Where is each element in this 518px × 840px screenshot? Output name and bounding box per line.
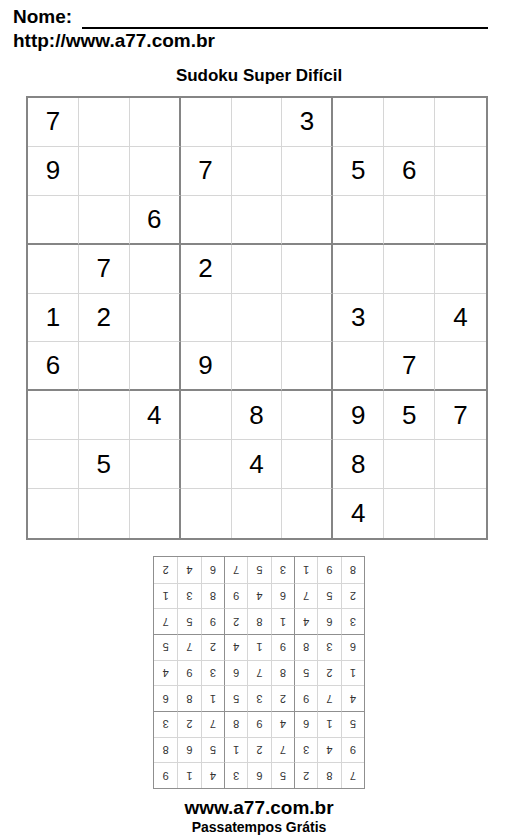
cell-r9c5[interactable] bbox=[232, 489, 283, 538]
cell-r5c3[interactable] bbox=[130, 294, 181, 343]
cell-r8c7[interactable]: 8 bbox=[333, 440, 384, 489]
cell-r6c2[interactable] bbox=[79, 342, 130, 391]
solution-cell-r7c9: 7 bbox=[154, 608, 177, 634]
solution-cell-r3c9: 3 bbox=[154, 711, 177, 737]
solution-cell-r5c8: 9 bbox=[177, 660, 200, 686]
solution-cell-r3c7: 7 bbox=[201, 711, 224, 737]
solution-cell-r6c3: 8 bbox=[294, 634, 317, 660]
solution-area: 7825634199437215685164987234792351861258… bbox=[0, 556, 518, 789]
page-title: Sudoku Super Difícil bbox=[0, 66, 518, 86]
solution-cell-r7c1: 3 bbox=[341, 608, 364, 634]
solution-cell-r1c3: 2 bbox=[294, 762, 317, 788]
solution-cell-r3c2: 1 bbox=[317, 711, 340, 737]
solution-cell-r2c6: 1 bbox=[224, 737, 247, 763]
cell-r6c1[interactable]: 6 bbox=[28, 342, 79, 391]
cell-r9c6[interactable] bbox=[282, 489, 333, 538]
solution-cell-r8c5: 4 bbox=[247, 583, 270, 609]
solution-cell-r8c6: 9 bbox=[224, 583, 247, 609]
solution-cell-r1c6: 3 bbox=[224, 762, 247, 788]
footer-site: www.a77.com.br bbox=[0, 796, 518, 819]
solution-cell-r9c3: 1 bbox=[294, 557, 317, 583]
cell-r3c9[interactable] bbox=[435, 196, 486, 245]
cell-r5c9[interactable]: 4 bbox=[435, 294, 486, 343]
cell-r9c7[interactable]: 4 bbox=[333, 489, 384, 538]
cell-r2c8[interactable]: 6 bbox=[384, 147, 435, 196]
cell-r7c1[interactable] bbox=[28, 391, 79, 440]
solution-cell-r1c2: 8 bbox=[317, 762, 340, 788]
solution-cell-r3c1: 5 bbox=[341, 711, 364, 737]
solution-cell-r6c5: 1 bbox=[247, 634, 270, 660]
solution-cell-r4c8: 8 bbox=[177, 685, 200, 711]
solution-cell-r7c4: 1 bbox=[271, 608, 294, 634]
solution-cell-r2c5: 2 bbox=[247, 737, 270, 763]
cell-r8c1[interactable] bbox=[28, 440, 79, 489]
solution-cell-r2c9: 8 bbox=[154, 737, 177, 763]
cell-r5c7[interactable]: 3 bbox=[333, 294, 384, 343]
solution-cell-r6c9: 5 bbox=[154, 634, 177, 660]
solution-cell-r6c7: 2 bbox=[201, 634, 224, 660]
solution-cell-r4c9: 6 bbox=[154, 685, 177, 711]
solution-cell-r3c4: 4 bbox=[271, 711, 294, 737]
name-row: Nome: bbox=[13, 5, 488, 29]
solution-cell-r8c3: 7 bbox=[294, 583, 317, 609]
cell-r2c4[interactable]: 7 bbox=[181, 147, 232, 196]
cell-r2c1[interactable]: 9 bbox=[28, 147, 79, 196]
solution-cell-r6c6: 4 bbox=[224, 634, 247, 660]
name-input-line[interactable] bbox=[82, 9, 488, 29]
cell-r3c1[interactable] bbox=[28, 196, 79, 245]
cell-r3c2[interactable] bbox=[79, 196, 130, 245]
solution-cell-r1c1: 7 bbox=[341, 762, 364, 788]
cell-r9c9[interactable] bbox=[435, 489, 486, 538]
cell-r4c9[interactable] bbox=[435, 245, 486, 294]
cell-r5c2[interactable]: 2 bbox=[79, 294, 130, 343]
cell-r7c8[interactable]: 5 bbox=[384, 391, 435, 440]
solution-cell-r9c4: 3 bbox=[271, 557, 294, 583]
cell-r8c3[interactable] bbox=[130, 440, 181, 489]
name-label: Nome: bbox=[13, 5, 72, 29]
cell-r5c4[interactable] bbox=[181, 294, 232, 343]
solution-cell-r1c9: 9 bbox=[154, 762, 177, 788]
solution-cell-r7c3: 4 bbox=[294, 608, 317, 634]
cell-r8c2[interactable]: 5 bbox=[79, 440, 130, 489]
cell-r3c3[interactable]: 6 bbox=[130, 196, 181, 245]
cell-r7c2[interactable] bbox=[79, 391, 130, 440]
footer-tagline: Passatempos Grátis bbox=[0, 819, 518, 836]
cell-r6c5[interactable] bbox=[232, 342, 283, 391]
solution-cell-r9c6: 7 bbox=[224, 557, 247, 583]
header: Nome: http://www.a77.com.br bbox=[13, 5, 488, 53]
site-url: http://www.a77.com.br bbox=[13, 29, 488, 53]
cell-r4c2[interactable]: 7 bbox=[79, 245, 130, 294]
cell-r7c7[interactable]: 9 bbox=[333, 391, 384, 440]
solution-cell-r5c6: 6 bbox=[224, 660, 247, 686]
page: Nome: http://www.a77.com.br Sudoku Super… bbox=[0, 0, 518, 840]
solution-cell-r2c2: 4 bbox=[317, 737, 340, 763]
solution-cell-r3c8: 2 bbox=[177, 711, 200, 737]
cell-r1c7[interactable] bbox=[333, 98, 384, 147]
cell-r9c8[interactable] bbox=[384, 489, 435, 538]
solution-cell-r6c4: 9 bbox=[271, 634, 294, 660]
cell-r2c7[interactable]: 5 bbox=[333, 147, 384, 196]
solution-cell-r5c3: 5 bbox=[294, 660, 317, 686]
solution-cell-r3c3: 6 bbox=[294, 711, 317, 737]
solution-cell-r2c8: 6 bbox=[177, 737, 200, 763]
cell-r4c8[interactable] bbox=[384, 245, 435, 294]
solution-cell-r5c5: 7 bbox=[247, 660, 270, 686]
solution-cell-r1c5: 6 bbox=[247, 762, 270, 788]
solution-cell-r5c4: 8 bbox=[271, 660, 294, 686]
cell-r9c1[interactable] bbox=[28, 489, 79, 538]
cell-r5c8[interactable] bbox=[384, 294, 435, 343]
cell-r7c5[interactable]: 8 bbox=[232, 391, 283, 440]
cell-r6c3[interactable] bbox=[130, 342, 181, 391]
cell-r2c2[interactable] bbox=[79, 147, 130, 196]
cell-r4c4[interactable]: 2 bbox=[181, 245, 232, 294]
solution-grid: 7825634199437215685164987234792351861258… bbox=[153, 556, 365, 789]
cell-r1c3[interactable] bbox=[130, 98, 181, 147]
cell-r5c1[interactable]: 1 bbox=[28, 294, 79, 343]
solution-cell-r5c9: 4 bbox=[154, 660, 177, 686]
cell-r4c7[interactable] bbox=[333, 245, 384, 294]
cell-r9c3[interactable] bbox=[130, 489, 181, 538]
cell-r1c4[interactable] bbox=[181, 98, 232, 147]
solution-cell-r8c1: 2 bbox=[341, 583, 364, 609]
cell-r2c3[interactable] bbox=[130, 147, 181, 196]
solution-cell-r4c2: 7 bbox=[317, 685, 340, 711]
solution-cell-r9c8: 4 bbox=[177, 557, 200, 583]
solution-cell-r2c3: 3 bbox=[294, 737, 317, 763]
solution-cell-r8c4: 6 bbox=[271, 583, 294, 609]
solution-cell-r7c8: 5 bbox=[177, 608, 200, 634]
solution-cell-r1c4: 5 bbox=[271, 762, 294, 788]
solution-cell-r9c1: 8 bbox=[341, 557, 364, 583]
cell-r5c6[interactable] bbox=[282, 294, 333, 343]
cell-r6c8[interactable]: 7 bbox=[384, 342, 435, 391]
cell-r5c5[interactable] bbox=[232, 294, 283, 343]
cell-r1c8[interactable] bbox=[384, 98, 435, 147]
solution-cell-r2c1: 9 bbox=[341, 737, 364, 763]
solution-cell-r5c1: 1 bbox=[341, 660, 364, 686]
solution-cell-r6c8: 7 bbox=[177, 634, 200, 660]
cell-r6c7[interactable] bbox=[333, 342, 384, 391]
solution-cell-r6c2: 3 bbox=[317, 634, 340, 660]
cell-r1c6[interactable]: 3 bbox=[282, 98, 333, 147]
solution-cell-r4c3: 9 bbox=[294, 685, 317, 711]
cell-r7c6[interactable] bbox=[282, 391, 333, 440]
solution-cell-r8c9: 1 bbox=[154, 583, 177, 609]
puzzle-grid: 7397566721234697489575484 bbox=[26, 96, 488, 540]
solution-cell-r4c7: 1 bbox=[201, 685, 224, 711]
solution-cell-r4c4: 2 bbox=[271, 685, 294, 711]
cell-r8c4[interactable] bbox=[181, 440, 232, 489]
cell-r1c2[interactable] bbox=[79, 98, 130, 147]
solution-cell-r9c5: 5 bbox=[247, 557, 270, 583]
solution-cell-r7c2: 6 bbox=[317, 608, 340, 634]
solution-cell-r4c5: 3 bbox=[247, 685, 270, 711]
cell-r2c5[interactable] bbox=[232, 147, 283, 196]
solution-cell-r9c7: 6 bbox=[201, 557, 224, 583]
footer: www.a77.com.br Passatempos Grátis bbox=[0, 796, 518, 836]
cell-r1c9[interactable] bbox=[435, 98, 486, 147]
solution-cell-r8c2: 5 bbox=[317, 583, 340, 609]
solution-cell-r1c8: 1 bbox=[177, 762, 200, 788]
solution-cell-r2c7: 5 bbox=[201, 737, 224, 763]
cell-r6c6[interactable] bbox=[282, 342, 333, 391]
cell-r3c6[interactable] bbox=[282, 196, 333, 245]
solution-cell-r9c2: 9 bbox=[317, 557, 340, 583]
cell-r1c5[interactable] bbox=[232, 98, 283, 147]
cell-r6c9[interactable] bbox=[435, 342, 486, 391]
cell-r3c8[interactable] bbox=[384, 196, 435, 245]
solution-cell-r8c7: 8 bbox=[201, 583, 224, 609]
cell-r7c9[interactable]: 7 bbox=[435, 391, 486, 440]
solution-cell-r7c7: 9 bbox=[201, 608, 224, 634]
solution-cell-r8c8: 3 bbox=[177, 583, 200, 609]
solution-cell-r3c5: 9 bbox=[247, 711, 270, 737]
cell-r7c4[interactable] bbox=[181, 391, 232, 440]
cell-r4c6[interactable] bbox=[282, 245, 333, 294]
cell-r1c1[interactable]: 7 bbox=[28, 98, 79, 147]
cell-r2c9[interactable] bbox=[435, 147, 486, 196]
solution-cell-r5c2: 2 bbox=[317, 660, 340, 686]
solution-cell-r7c6: 2 bbox=[224, 608, 247, 634]
cell-r6c4[interactable]: 9 bbox=[181, 342, 232, 391]
cell-r8c8[interactable] bbox=[384, 440, 435, 489]
solution-cell-r5c7: 3 bbox=[201, 660, 224, 686]
solution-cell-r3c6: 8 bbox=[224, 711, 247, 737]
cell-r4c1[interactable] bbox=[28, 245, 79, 294]
cell-r4c5[interactable] bbox=[232, 245, 283, 294]
cell-r7c3[interactable]: 4 bbox=[130, 391, 181, 440]
solution-cell-r7c5: 8 bbox=[247, 608, 270, 634]
cell-r3c5[interactable] bbox=[232, 196, 283, 245]
solution-cell-r4c1: 4 bbox=[341, 685, 364, 711]
cell-r3c7[interactable] bbox=[333, 196, 384, 245]
solution-cell-r9c9: 2 bbox=[154, 557, 177, 583]
cell-r9c2[interactable] bbox=[79, 489, 130, 538]
solution-cell-r4c6: 5 bbox=[224, 685, 247, 711]
solution-cell-r2c4: 7 bbox=[271, 737, 294, 763]
cell-r8c5[interactable]: 4 bbox=[232, 440, 283, 489]
cell-r2c6[interactable] bbox=[282, 147, 333, 196]
solution-cell-r6c1: 6 bbox=[341, 634, 364, 660]
solution-cell-r1c7: 4 bbox=[201, 762, 224, 788]
cell-r4c3[interactable] bbox=[130, 245, 181, 294]
cell-r8c9[interactable] bbox=[435, 440, 486, 489]
cell-r3c4[interactable] bbox=[181, 196, 232, 245]
cell-r8c6[interactable] bbox=[282, 440, 333, 489]
cell-r9c4[interactable] bbox=[181, 489, 232, 538]
